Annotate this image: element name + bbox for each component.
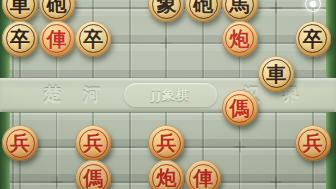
piece-red-soldier[interactable]: 兵 — [75, 125, 111, 161]
piece-red-cannon[interactable]: 炮 — [222, 21, 258, 57]
piece-glyph: 兵 — [2, 125, 38, 161]
piece-black-cannon[interactable]: 砲 — [185, 0, 221, 22]
point-mark — [161, 37, 172, 48]
piece-glyph: 傌 — [222, 90, 258, 126]
piece-black-soldier[interactable]: 卒 — [75, 21, 111, 57]
xiangqi-game-screen: 楚 河 jj象棋 汉 界 車砲象砲馬卒俥卒炮卒車傌兵兵兵兵傌炮俥 — [0, 0, 336, 189]
piece-glyph: 卒 — [75, 21, 111, 57]
piece-glyph: 炮 — [148, 160, 184, 189]
piece-red-chariot[interactable]: 俥 — [39, 21, 75, 57]
piece-black-cannon[interactable]: 砲 — [39, 0, 75, 22]
app-logo-text: jj象棋 — [151, 86, 190, 104]
piece-glyph: 砲 — [185, 0, 221, 22]
point-mark — [51, 177, 62, 188]
piece-red-horse[interactable]: 傌 — [75, 160, 111, 189]
piece-black-chariot[interactable]: 車 — [2, 0, 38, 22]
xiangqi-board[interactable]: 楚 河 jj象棋 汉 界 車砲象砲馬卒俥卒炮卒車傌兵兵兵兵傌炮俥 — [0, 0, 336, 189]
piece-red-horse[interactable]: 傌 — [222, 90, 258, 126]
piece-red-cannon[interactable]: 炮 — [148, 160, 184, 189]
piece-black-horse[interactable]: 馬 — [222, 0, 258, 22]
piece-glyph: 傌 — [75, 160, 111, 189]
piece-glyph: 兵 — [75, 125, 111, 161]
piece-red-soldier[interactable]: 兵 — [148, 125, 184, 161]
point-mark — [234, 142, 245, 153]
piece-glyph: 兵 — [148, 125, 184, 161]
piece-glyph: 俥 — [39, 21, 75, 57]
app-logo-pill: jj象棋 — [124, 83, 217, 107]
piece-black-chariot[interactable]: 車 — [258, 56, 294, 92]
piece-glyph: 俥 — [185, 160, 221, 189]
piece-glyph: 卒 — [2, 21, 38, 57]
piece-red-chariot[interactable]: 俥 — [185, 160, 221, 189]
piece-glyph: 炮 — [222, 21, 258, 57]
piece-glyph: 象 — [148, 0, 184, 22]
piece-glyph: 車 — [258, 56, 294, 92]
piece-black-soldier[interactable]: 卒 — [295, 21, 331, 57]
piece-glyph: 砲 — [39, 0, 75, 22]
piece-red-soldier[interactable]: 兵 — [295, 125, 331, 161]
piece-glyph: 卒 — [295, 21, 331, 57]
piece-glyph: 車 — [2, 0, 38, 22]
piece-glyph: 兵 — [295, 125, 331, 161]
point-mark — [271, 177, 282, 188]
river-label-chu-he: 楚 河 — [44, 83, 108, 106]
piece-black-elephant[interactable]: 象 — [148, 0, 184, 22]
piece-red-soldier[interactable]: 兵 — [2, 125, 38, 161]
point-mark — [271, 3, 282, 14]
piece-black-soldier[interactable]: 卒 — [2, 21, 38, 57]
piece-glyph: 馬 — [222, 0, 258, 22]
